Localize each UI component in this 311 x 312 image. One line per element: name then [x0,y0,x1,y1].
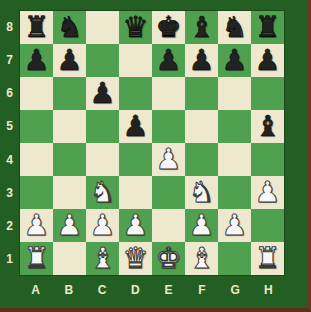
rank-label-1: 1 [0,243,19,276]
file-label-a: A [19,281,52,299]
square-c6[interactable]: ♟ [86,77,119,110]
square-b7[interactable]: ♟ [53,44,86,77]
file-label-e: E [152,281,185,299]
black-pawn-g7[interactable]: ♟ [218,44,251,77]
white-pawn-a2[interactable]: ♟ [20,209,53,242]
square-e6[interactable] [152,77,185,110]
white-knight-c3[interactable]: ♞ [86,176,119,209]
rank-label-7: 7 [0,43,19,76]
square-g8[interactable]: ♞ [218,11,251,44]
black-pawn-h7[interactable]: ♟ [251,44,284,77]
square-f2[interactable]: ♟ [185,209,218,242]
square-e2[interactable] [152,209,185,242]
black-pawn-c6[interactable]: ♟ [86,77,119,110]
square-c8[interactable] [86,11,119,44]
square-f3[interactable]: ♞ [185,176,218,209]
square-f7[interactable]: ♟ [185,44,218,77]
black-pawn-f7[interactable]: ♟ [185,44,218,77]
chess-board-frame: 87654321 ♜♞♛♚♝♞♜♟♟♟♟♟♟♟♟♝♟♞♞♟♟♟♟♟♟♟♜♝♛♚♝… [0,0,311,312]
square-g6[interactable] [218,77,251,110]
square-g4[interactable] [218,143,251,176]
black-bishop-f8[interactable]: ♝ [185,11,218,44]
white-rook-a1[interactable]: ♜ [20,242,53,275]
file-label-g: G [219,281,252,299]
black-king-e8[interactable]: ♚ [152,11,185,44]
square-h6[interactable] [251,77,284,110]
square-e7[interactable]: ♟ [152,44,185,77]
square-d1[interactable]: ♛ [119,242,152,275]
square-e4[interactable]: ♟ [152,143,185,176]
square-b4[interactable] [53,143,86,176]
black-knight-b8[interactable]: ♞ [53,11,86,44]
white-rook-h1[interactable]: ♜ [251,242,284,275]
square-d3[interactable] [119,176,152,209]
square-c2[interactable]: ♟ [86,209,119,242]
square-a2[interactable]: ♟ [20,209,53,242]
rank-label-2: 2 [0,210,19,243]
square-f6[interactable] [185,77,218,110]
black-pawn-e7[interactable]: ♟ [152,44,185,77]
square-h5[interactable]: ♝ [251,110,284,143]
square-g3[interactable] [218,176,251,209]
black-bishop-h5[interactable]: ♝ [251,110,284,143]
white-pawn-h3[interactable]: ♟ [251,176,284,209]
square-d5[interactable]: ♟ [119,110,152,143]
black-knight-g8[interactable]: ♞ [218,11,251,44]
file-label-f: F [185,281,218,299]
rank-label-3: 3 [0,176,19,209]
square-c1[interactable]: ♝ [86,242,119,275]
rank-label-4: 4 [0,143,19,176]
black-pawn-d5[interactable]: ♟ [119,110,152,143]
square-c7[interactable] [86,44,119,77]
rank-label-6: 6 [0,77,19,110]
white-pawn-g2[interactable]: ♟ [218,209,251,242]
square-e5[interactable] [152,110,185,143]
square-e8[interactable]: ♚ [152,11,185,44]
square-f8[interactable]: ♝ [185,11,218,44]
square-c4[interactable] [86,143,119,176]
square-f4[interactable] [185,143,218,176]
file-label-b: B [52,281,85,299]
square-h8[interactable]: ♜ [251,11,284,44]
white-pawn-e4[interactable]: ♟ [152,143,185,176]
black-queen-d8[interactable]: ♛ [119,11,152,44]
square-d2[interactable]: ♟ [119,209,152,242]
square-h7[interactable]: ♟ [251,44,284,77]
square-h4[interactable] [251,143,284,176]
square-a7[interactable]: ♟ [20,44,53,77]
square-h2[interactable] [251,209,284,242]
square-a5[interactable] [20,110,53,143]
square-b6[interactable] [53,77,86,110]
square-g5[interactable] [218,110,251,143]
square-a6[interactable] [20,77,53,110]
white-king-e1[interactable]: ♚ [152,242,185,275]
square-g1[interactable] [218,242,251,275]
black-pawn-a7[interactable]: ♟ [20,44,53,77]
rank-labels: 87654321 [0,10,19,276]
white-pawn-d2[interactable]: ♟ [119,209,152,242]
square-a8[interactable]: ♜ [20,11,53,44]
square-b8[interactable]: ♞ [53,11,86,44]
square-f5[interactable] [185,110,218,143]
square-b5[interactable] [53,110,86,143]
square-b1[interactable] [53,242,86,275]
file-label-c: C [86,281,119,299]
square-e3[interactable] [152,176,185,209]
black-rook-h8[interactable]: ♜ [251,11,284,44]
square-a3[interactable] [20,176,53,209]
square-g7[interactable]: ♟ [218,44,251,77]
black-rook-a8[interactable]: ♜ [20,11,53,44]
white-knight-f3[interactable]: ♞ [185,176,218,209]
rank-label-5: 5 [0,110,19,143]
square-f1[interactable]: ♝ [185,242,218,275]
file-label-h: H [252,281,285,299]
chess-board: ♜♞♛♚♝♞♜♟♟♟♟♟♟♟♟♝♟♞♞♟♟♟♟♟♟♟♜♝♛♚♝♜ [19,10,285,276]
square-b2[interactable]: ♟ [53,209,86,242]
square-h3[interactable]: ♟ [251,176,284,209]
square-b3[interactable] [53,176,86,209]
black-pawn-b7[interactable]: ♟ [53,44,86,77]
white-bishop-f1[interactable]: ♝ [185,242,218,275]
rank-label-8: 8 [0,10,19,43]
square-a1[interactable]: ♜ [20,242,53,275]
square-h1[interactable]: ♜ [251,242,284,275]
file-labels: ABCDEFGH [19,281,285,299]
white-pawn-f2[interactable]: ♟ [185,209,218,242]
square-g2[interactable]: ♟ [218,209,251,242]
white-pawn-b2[interactable]: ♟ [53,209,86,242]
square-d7[interactable] [119,44,152,77]
white-bishop-c1[interactable]: ♝ [86,242,119,275]
white-queen-d1[interactable]: ♛ [119,242,152,275]
square-d8[interactable]: ♛ [119,11,152,44]
square-a4[interactable] [20,143,53,176]
square-d4[interactable] [119,143,152,176]
square-e1[interactable]: ♚ [152,242,185,275]
square-c3[interactable]: ♞ [86,176,119,209]
square-c5[interactable] [86,110,119,143]
file-label-d: D [119,281,152,299]
square-d6[interactable] [119,77,152,110]
white-pawn-c2[interactable]: ♟ [86,209,119,242]
